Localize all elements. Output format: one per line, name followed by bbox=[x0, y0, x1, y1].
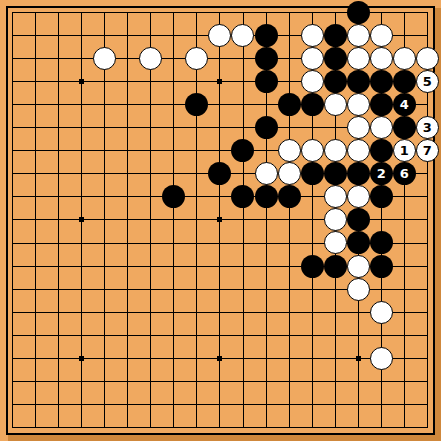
white-stone bbox=[324, 185, 347, 208]
board-point bbox=[370, 116, 393, 139]
board-point bbox=[301, 93, 324, 116]
board-point bbox=[301, 139, 324, 162]
board-point bbox=[347, 162, 370, 185]
board-point bbox=[347, 185, 370, 208]
board-point bbox=[324, 231, 347, 254]
board-point: 6 bbox=[393, 162, 416, 185]
board-point bbox=[347, 47, 370, 70]
board-point bbox=[278, 162, 301, 185]
board-point bbox=[301, 70, 324, 93]
black-stone bbox=[370, 185, 393, 208]
black-stone bbox=[324, 47, 347, 70]
board-point bbox=[139, 47, 162, 70]
board-point bbox=[301, 24, 324, 47]
board-point bbox=[301, 47, 324, 70]
white-stone bbox=[139, 47, 162, 70]
white-stone bbox=[231, 24, 254, 47]
white-stone bbox=[393, 47, 416, 70]
black-stone bbox=[370, 255, 393, 278]
move-number-label: 7 bbox=[423, 144, 432, 157]
board-point bbox=[347, 93, 370, 116]
board-point bbox=[231, 24, 254, 47]
board-point bbox=[324, 254, 347, 277]
black-stone bbox=[370, 70, 393, 93]
board-point bbox=[393, 116, 416, 139]
board-point bbox=[93, 47, 116, 70]
white-stone bbox=[370, 116, 393, 139]
white-stone bbox=[278, 162, 301, 185]
board-point: 2 bbox=[370, 162, 393, 185]
move-number-label: 4 bbox=[400, 98, 409, 111]
white-stone bbox=[324, 93, 347, 116]
black-stone bbox=[231, 139, 254, 162]
board-point bbox=[370, 254, 393, 277]
board-point bbox=[370, 93, 393, 116]
board-point bbox=[416, 47, 439, 70]
board-point bbox=[324, 24, 347, 47]
board-point bbox=[254, 116, 277, 139]
white-stone bbox=[370, 47, 393, 70]
board-point bbox=[254, 185, 277, 208]
board-point bbox=[185, 47, 208, 70]
white-stone-move-5: 5 bbox=[416, 70, 439, 93]
black-stone bbox=[162, 185, 185, 208]
black-stone bbox=[231, 185, 254, 208]
white-stone bbox=[347, 255, 370, 278]
black-stone-move-4: 4 bbox=[393, 93, 416, 116]
black-stone bbox=[324, 255, 347, 278]
white-stone bbox=[347, 278, 370, 301]
black-stone bbox=[208, 162, 231, 185]
black-stone bbox=[301, 255, 324, 278]
board-point bbox=[324, 93, 347, 116]
board-point bbox=[278, 139, 301, 162]
white-stone bbox=[347, 24, 370, 47]
black-stone bbox=[347, 208, 370, 231]
white-stone bbox=[324, 139, 347, 162]
board-point bbox=[278, 93, 301, 116]
board-point bbox=[347, 24, 370, 47]
board-point bbox=[370, 347, 393, 370]
move-number-label: 1 bbox=[400, 144, 409, 157]
board-point bbox=[324, 47, 347, 70]
board-point bbox=[347, 254, 370, 277]
board-point bbox=[231, 185, 254, 208]
black-stone bbox=[370, 139, 393, 162]
white-stone bbox=[347, 185, 370, 208]
board-point bbox=[324, 208, 347, 231]
board-point bbox=[231, 139, 254, 162]
white-stone bbox=[347, 93, 370, 116]
black-stone bbox=[278, 93, 301, 116]
white-stone-move-7: 7 bbox=[416, 139, 439, 162]
white-stone bbox=[370, 24, 393, 47]
board-point: 7 bbox=[416, 139, 439, 162]
white-stone bbox=[278, 139, 301, 162]
board-point bbox=[370, 301, 393, 324]
board-point bbox=[324, 162, 347, 185]
white-stone-move-3: 3 bbox=[416, 116, 439, 139]
board-point bbox=[347, 278, 370, 301]
black-stone bbox=[278, 185, 301, 208]
board-point: 5 bbox=[416, 70, 439, 93]
white-stone bbox=[185, 47, 208, 70]
white-stone bbox=[301, 70, 324, 93]
white-stone-move-1: 1 bbox=[393, 139, 416, 162]
board-point bbox=[301, 254, 324, 277]
black-stone bbox=[347, 70, 370, 93]
white-stone bbox=[324, 231, 347, 254]
black-stone bbox=[255, 47, 278, 70]
board-point: 4 bbox=[393, 93, 416, 116]
board-point bbox=[347, 116, 370, 139]
black-stone-move-6: 6 bbox=[393, 162, 416, 185]
black-stone bbox=[393, 116, 416, 139]
move-number-label: 3 bbox=[423, 121, 432, 134]
board-point bbox=[208, 162, 231, 185]
board-point bbox=[347, 1, 370, 24]
board-point bbox=[347, 208, 370, 231]
board-point bbox=[347, 231, 370, 254]
black-stone bbox=[324, 70, 347, 93]
black-stone bbox=[324, 162, 347, 185]
white-stone bbox=[301, 47, 324, 70]
black-stone bbox=[393, 70, 416, 93]
board-point bbox=[324, 185, 347, 208]
board-point bbox=[162, 185, 185, 208]
board-point bbox=[347, 70, 370, 93]
stone-grid: 5431726 bbox=[1, 1, 439, 439]
black-stone bbox=[347, 162, 370, 185]
white-stone bbox=[324, 208, 347, 231]
board-point bbox=[301, 162, 324, 185]
white-stone bbox=[416, 47, 439, 70]
white-stone bbox=[370, 301, 393, 324]
white-stone bbox=[347, 139, 370, 162]
white-stone bbox=[93, 47, 116, 70]
move-number-label: 5 bbox=[423, 75, 432, 88]
board-point bbox=[370, 231, 393, 254]
white-stone bbox=[301, 139, 324, 162]
board-point: 3 bbox=[416, 116, 439, 139]
black-stone bbox=[347, 231, 370, 254]
black-stone bbox=[347, 1, 370, 24]
board-point bbox=[393, 70, 416, 93]
move-number-label: 6 bbox=[400, 167, 409, 180]
white-stone bbox=[370, 347, 393, 370]
board-point bbox=[254, 24, 277, 47]
black-stone bbox=[255, 185, 278, 208]
go-board-diagram: 5431726 bbox=[0, 0, 441, 441]
board-point bbox=[370, 70, 393, 93]
board-point bbox=[393, 47, 416, 70]
board-point bbox=[370, 24, 393, 47]
white-stone bbox=[255, 162, 278, 185]
white-stone bbox=[208, 24, 231, 47]
board-point bbox=[324, 139, 347, 162]
board-point bbox=[254, 70, 277, 93]
board-point bbox=[254, 162, 277, 185]
board-point bbox=[370, 47, 393, 70]
black-stone bbox=[370, 231, 393, 254]
white-stone bbox=[347, 116, 370, 139]
black-stone bbox=[255, 116, 278, 139]
board-point bbox=[324, 70, 347, 93]
black-stone bbox=[255, 70, 278, 93]
black-stone bbox=[185, 93, 208, 116]
board-point bbox=[347, 139, 370, 162]
board-point bbox=[278, 185, 301, 208]
black-stone bbox=[301, 93, 324, 116]
board-point bbox=[370, 139, 393, 162]
black-stone bbox=[324, 24, 347, 47]
black-stone-move-2: 2 bbox=[370, 162, 393, 185]
board-point bbox=[185, 93, 208, 116]
board-point bbox=[370, 185, 393, 208]
board-point: 1 bbox=[393, 139, 416, 162]
board-point bbox=[208, 24, 231, 47]
board-point bbox=[254, 47, 277, 70]
move-number-label: 2 bbox=[377, 167, 386, 180]
white-stone bbox=[301, 24, 324, 47]
black-stone bbox=[255, 24, 278, 47]
black-stone bbox=[370, 93, 393, 116]
black-stone bbox=[301, 162, 324, 185]
white-stone bbox=[347, 47, 370, 70]
